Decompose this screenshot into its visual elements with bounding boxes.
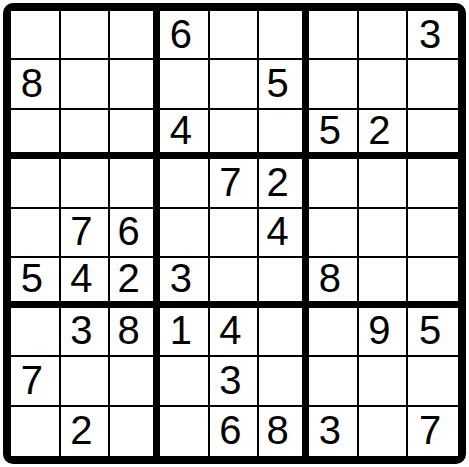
cell-r3c3[interactable] [110, 110, 160, 159]
cell-r8c6[interactable] [259, 357, 309, 406]
cell-r2c5[interactable] [210, 60, 260, 109]
cell-r3c8[interactable]: 2 [359, 110, 409, 159]
cell-r4c7[interactable] [309, 159, 359, 208]
cell-r9c1[interactable] [11, 407, 61, 456]
given-digit: 9 [368, 310, 390, 350]
cell-r1c6[interactable] [259, 11, 309, 60]
cell-r8c9[interactable] [408, 357, 458, 406]
cell-r5c3[interactable]: 6 [110, 209, 160, 258]
cell-r2c1[interactable]: 8 [11, 60, 61, 109]
cell-r3c6[interactable] [259, 110, 309, 159]
cell-r7c2[interactable]: 3 [61, 308, 111, 357]
given-digit: 2 [118, 258, 140, 298]
cell-r4c8[interactable] [359, 159, 409, 208]
cell-r4c9[interactable] [408, 159, 458, 208]
sudoku-page: 638545272764542383814957326837 [0, 0, 469, 467]
given-digit: 4 [170, 110, 192, 150]
cell-r2c8[interactable] [359, 60, 409, 109]
cell-r3c1[interactable] [11, 110, 61, 159]
cell-r4c5[interactable]: 7 [210, 159, 260, 208]
given-digit: 7 [419, 410, 441, 450]
cell-r2c9[interactable] [408, 60, 458, 109]
cell-r8c3[interactable] [110, 357, 160, 406]
given-digit: 3 [319, 410, 341, 450]
given-digit: 5 [267, 63, 289, 103]
cell-r9c2[interactable]: 2 [61, 407, 111, 456]
cell-r1c7[interactable] [309, 11, 359, 60]
cell-r8c8[interactable] [359, 357, 409, 406]
cell-r6c7[interactable]: 8 [309, 258, 359, 307]
cell-r4c4[interactable] [160, 159, 210, 208]
cell-r9c3[interactable] [110, 407, 160, 456]
sudoku-board: 638545272764542383814957326837 [3, 3, 466, 464]
cell-r5c4[interactable] [160, 209, 210, 258]
cell-r1c8[interactable] [359, 11, 409, 60]
cell-r2c7[interactable] [309, 60, 359, 109]
cell-r6c1[interactable]: 5 [11, 258, 61, 307]
cell-r7c8[interactable]: 9 [359, 308, 409, 357]
cell-r5c7[interactable] [309, 209, 359, 258]
cell-r7c1[interactable] [11, 308, 61, 357]
cell-r7c5[interactable]: 4 [210, 308, 260, 357]
given-digit: 5 [319, 110, 341, 150]
cell-r1c5[interactable] [210, 11, 260, 60]
cell-r7c7[interactable] [309, 308, 359, 357]
cell-r5c8[interactable] [359, 209, 409, 258]
given-digit: 4 [267, 211, 289, 251]
given-digit: 3 [419, 14, 441, 54]
cell-r7c9[interactable]: 5 [408, 308, 458, 357]
given-digit: 8 [319, 258, 341, 298]
cell-r5c5[interactable] [210, 209, 260, 258]
cell-r6c3[interactable]: 2 [110, 258, 160, 307]
given-digit: 3 [219, 360, 241, 400]
cell-r5c9[interactable] [408, 209, 458, 258]
cell-r8c4[interactable] [160, 357, 210, 406]
cell-r8c2[interactable] [61, 357, 111, 406]
cell-r2c2[interactable] [61, 60, 111, 109]
given-digit: 7 [21, 360, 43, 400]
cell-r7c3[interactable]: 8 [110, 308, 160, 357]
cell-r8c7[interactable] [309, 357, 359, 406]
cell-r6c4[interactable]: 3 [160, 258, 210, 307]
cell-r6c2[interactable]: 4 [61, 258, 111, 307]
cell-r3c5[interactable] [210, 110, 260, 159]
given-digit: 3 [70, 310, 92, 350]
cell-r1c1[interactable] [11, 11, 61, 60]
given-digit: 6 [170, 14, 192, 54]
cell-r4c6[interactable]: 2 [259, 159, 309, 208]
cell-r2c6[interactable]: 5 [259, 60, 309, 109]
cell-r8c5[interactable]: 3 [210, 357, 260, 406]
cell-r5c2[interactable]: 7 [61, 209, 111, 258]
given-digit: 7 [70, 211, 92, 251]
given-digit: 8 [267, 410, 289, 450]
cell-r4c3[interactable] [110, 159, 160, 208]
cell-r7c4[interactable]: 1 [160, 308, 210, 357]
given-digit: 4 [70, 258, 92, 298]
cell-r6c8[interactable] [359, 258, 409, 307]
given-digit: 7 [219, 162, 241, 202]
given-digit: 2 [368, 110, 390, 150]
cell-r9c6[interactable]: 8 [259, 407, 309, 456]
given-digit: 1 [170, 310, 192, 350]
cell-r3c9[interactable] [408, 110, 458, 159]
cell-r2c4[interactable] [160, 60, 210, 109]
cell-r1c9[interactable]: 3 [408, 11, 458, 60]
cell-r9c8[interactable] [359, 407, 409, 456]
cell-r8c1[interactable]: 7 [11, 357, 61, 406]
cell-r4c1[interactable] [11, 159, 61, 208]
cell-r1c3[interactable] [110, 11, 160, 60]
given-digit: 2 [70, 410, 92, 450]
given-digit: 5 [419, 310, 441, 350]
given-digit: 5 [21, 258, 43, 298]
cell-r9c9[interactable]: 7 [408, 407, 458, 456]
cell-r6c6[interactable] [259, 258, 309, 307]
cell-r3c4[interactable]: 4 [160, 110, 210, 159]
cell-r2c3[interactable] [110, 60, 160, 109]
given-digit: 6 [118, 211, 140, 251]
given-digit: 8 [118, 310, 140, 350]
cell-r3c2[interactable] [61, 110, 111, 159]
given-digit: 3 [170, 258, 192, 298]
given-digit: 2 [267, 162, 289, 202]
cell-r6c9[interactable] [408, 258, 458, 307]
cell-r9c5[interactable]: 6 [210, 407, 260, 456]
given-digit: 4 [219, 310, 241, 350]
cell-r1c4[interactable]: 6 [160, 11, 210, 60]
cell-r9c7[interactable]: 3 [309, 407, 359, 456]
cell-r3c7[interactable]: 5 [309, 110, 359, 159]
given-digit: 6 [219, 410, 241, 450]
cell-r5c6[interactable]: 4 [259, 209, 309, 258]
cell-r4c2[interactable] [61, 159, 111, 208]
cell-r5c1[interactable] [11, 209, 61, 258]
cell-r6c5[interactable] [210, 258, 260, 307]
given-digit: 8 [21, 63, 43, 103]
cell-r1c2[interactable] [61, 11, 111, 60]
cell-r7c6[interactable] [259, 308, 309, 357]
cell-r9c4[interactable] [160, 407, 210, 456]
